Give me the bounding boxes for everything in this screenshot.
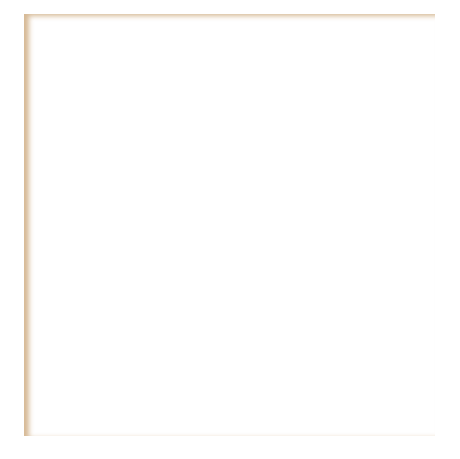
go-board-page <box>0 0 460 459</box>
go-board[interactable] <box>24 14 435 436</box>
